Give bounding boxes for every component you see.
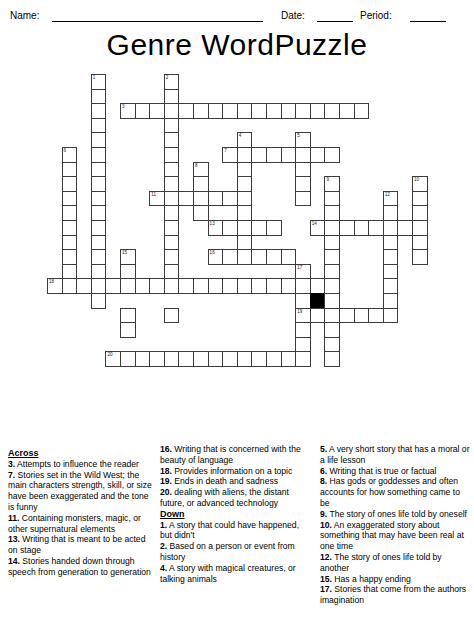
grid-cell[interactable]	[91, 191, 107, 207]
grid-cell[interactable]	[62, 278, 78, 294]
across-clues-part2: 16. Writing that is concerned with the b…	[160, 444, 312, 509]
clue-item: 1. A story that could have happened, but…	[160, 520, 312, 542]
grid-cell[interactable]	[324, 264, 340, 280]
grid-cell[interactable]	[237, 147, 253, 163]
grid-cell[interactable]: 18	[47, 278, 63, 294]
grid-cell[interactable]	[383, 264, 399, 280]
grid-cell[interactable]	[91, 293, 107, 309]
grid-cell[interactable]	[383, 249, 399, 265]
grid-cell[interactable]	[237, 103, 253, 119]
grid-cell[interactable]	[281, 278, 297, 294]
down-clues-part2: 5. A very short story that has a moral o…	[320, 444, 470, 606]
grid-cell[interactable]	[208, 191, 224, 207]
grid-cell[interactable]	[193, 103, 209, 119]
grid-cell[interactable]	[295, 103, 311, 119]
grid-cell[interactable]	[164, 118, 180, 134]
grid-cell[interactable]	[324, 293, 340, 309]
grid-cell[interactable]: 14	[310, 220, 326, 236]
grid-cell[interactable]	[412, 191, 428, 207]
grid-cell[interactable]	[222, 103, 238, 119]
grid-cell[interactable]: 7	[222, 147, 238, 163]
grid-cell[interactable]	[251, 249, 267, 265]
grid-cell[interactable]	[368, 308, 384, 324]
grid-cell[interactable]	[193, 351, 209, 367]
clue-number: 2	[166, 75, 169, 80]
grid-cell[interactable]	[383, 205, 399, 221]
clue-item: 17. Stories that come from the authors i…	[320, 584, 470, 606]
grid-cell[interactable]: 10	[412, 176, 428, 192]
name-label: Name:	[10, 10, 39, 21]
grid-cell[interactable]	[324, 322, 340, 338]
grid-cell[interactable]	[62, 176, 78, 192]
clue-number: 5	[297, 133, 300, 138]
grid-cell[interactable]	[105, 278, 121, 294]
grid-cell[interactable]	[324, 337, 340, 353]
grid-cell[interactable]: 17	[295, 264, 311, 280]
grid-cell[interactable]	[281, 147, 297, 163]
clue-item: 7. Stories set in the Wild West; the mai…	[8, 470, 154, 513]
grid-cell[interactable]	[266, 103, 282, 119]
grid-cell[interactable]: 20	[105, 351, 121, 367]
grid-cell[interactable]	[295, 147, 311, 163]
grid-cell[interactable]	[368, 220, 384, 236]
grid-cell[interactable]	[266, 249, 282, 265]
grid-cell[interactable]	[383, 308, 399, 324]
grid-cell[interactable]	[310, 278, 326, 294]
grid-cell[interactable]: 8	[193, 162, 209, 178]
grid-cell[interactable]	[120, 351, 136, 367]
grid-cell[interactable]	[164, 264, 180, 280]
grid-cell[interactable]	[251, 351, 267, 367]
grid-cell[interactable]	[354, 220, 370, 236]
grid-cell[interactable]: 2	[164, 74, 180, 90]
grid-cell[interactable]	[91, 103, 107, 119]
grid-cell[interactable]	[383, 278, 399, 294]
clue-number: 16	[210, 250, 215, 255]
clue-number: 12	[385, 192, 390, 197]
grid-cell[interactable]	[281, 103, 297, 119]
black-cell	[310, 293, 326, 309]
grid-cell[interactable]	[324, 235, 340, 251]
grid-cell[interactable]	[295, 322, 311, 338]
clue-item: 15. Has a happy ending	[320, 574, 470, 585]
grid-cell[interactable]	[237, 249, 253, 265]
grid-cell[interactable]	[295, 191, 311, 207]
grid-cell[interactable]	[164, 220, 180, 236]
grid-cell[interactable]	[310, 308, 326, 324]
grid-cell[interactable]	[164, 308, 180, 324]
grid-cell[interactable]	[178, 278, 194, 294]
grid-cell[interactable]	[91, 118, 107, 134]
grid-cell[interactable]	[120, 278, 136, 294]
grid-cell[interactable]	[383, 220, 399, 236]
period-write-line[interactable]	[410, 21, 446, 22]
grid-cell[interactable]	[164, 176, 180, 192]
grid-cell[interactable]	[164, 132, 180, 148]
clue-item: 2. Based on a person or event from histo…	[160, 541, 312, 563]
clue-item: 18. Provides information on a topic	[160, 466, 312, 477]
grid-cell[interactable]	[62, 249, 78, 265]
grid-cell[interactable]	[135, 278, 151, 294]
grid-cell[interactable]	[62, 191, 78, 207]
clue-number: 11	[151, 192, 156, 197]
grid-cell[interactable]	[178, 351, 194, 367]
grid-cell[interactable]	[237, 351, 253, 367]
grid-cell[interactable]	[324, 103, 340, 119]
period-label: Period:	[360, 10, 392, 21]
grid-cell[interactable]	[178, 103, 194, 119]
grid-cell[interactable]	[310, 147, 326, 163]
grid-cell[interactable]: 19	[295, 308, 311, 324]
grid-cell[interactable]	[281, 249, 297, 265]
grid-cell[interactable]	[62, 264, 78, 280]
grid-cell[interactable]	[295, 337, 311, 353]
grid-cell[interactable]	[62, 162, 78, 178]
grid-cell[interactable]	[324, 220, 340, 236]
grid-cell[interactable]: 5	[295, 132, 311, 148]
grid-cell[interactable]	[91, 249, 107, 265]
page-title: Genre WordPuzzle	[0, 28, 474, 62]
grid-cell[interactable]	[149, 351, 165, 367]
grid-cell[interactable]	[237, 162, 253, 178]
across-clues-part1: 3. Attempts to influence the reader7. St…	[8, 459, 154, 578]
clue-item: 3. Attempts to influence the reader	[8, 459, 154, 470]
down-clues-part1: 1. A story that could have happened, but…	[160, 520, 312, 585]
grid-cell[interactable]	[164, 205, 180, 221]
grid-cell[interactable]	[295, 293, 311, 309]
grid-cell[interactable]	[251, 278, 267, 294]
grid-cell[interactable]	[208, 351, 224, 367]
clue-number: 4	[239, 133, 242, 138]
grid-cell[interactable]	[208, 278, 224, 294]
grid-cell[interactable]	[164, 351, 180, 367]
grid-cell[interactable]	[91, 264, 107, 280]
grid-cell[interactable]	[412, 220, 428, 236]
clue-number: 6	[64, 148, 67, 153]
clues-column-3: 5. A very short story that has a moral o…	[320, 444, 470, 606]
clue-item: 6. Writing that is true or factual	[320, 466, 470, 477]
grid-cell[interactable]	[91, 205, 107, 221]
grid-cell[interactable]	[324, 278, 340, 294]
clue-number: 14	[312, 221, 317, 226]
grid-cell[interactable]	[324, 191, 340, 207]
grid-cell[interactable]: 16	[208, 249, 224, 265]
clues-column-2: 16. Writing that is concerned with the b…	[160, 444, 312, 584]
grid-cell[interactable]	[354, 103, 370, 119]
grid-cell[interactable]	[383, 235, 399, 251]
grid-cell[interactable]: 1	[91, 74, 107, 90]
clue-number: 20	[107, 352, 112, 357]
grid-cell[interactable]	[237, 278, 253, 294]
clue-item: 10. An exaggerated story about something…	[320, 520, 470, 552]
grid-cell[interactable]	[354, 308, 370, 324]
clue-number: 17	[297, 265, 302, 270]
grid-cell[interactable]	[412, 249, 428, 265]
grid-cell[interactable]	[193, 278, 209, 294]
grid-cell[interactable]	[164, 103, 180, 119]
across-header: Across	[8, 448, 154, 459]
grid-cell[interactable]	[324, 249, 340, 265]
grid-cell[interactable]	[324, 205, 340, 221]
clue-number: 10	[414, 177, 419, 182]
clue-number: 18	[49, 279, 54, 284]
clue-item: 5. A very short story that has a moral o…	[320, 444, 470, 466]
grid-cell[interactable]	[222, 220, 238, 236]
grid-cell[interactable]	[222, 191, 238, 207]
clue-item: 4. A story with magical creatures, or ta…	[160, 563, 312, 585]
clue-number: 13	[210, 221, 215, 226]
grid-cell[interactable]	[339, 220, 355, 236]
clue-item: 8. Has gods or goddesses and often accou…	[320, 476, 470, 508]
grid-cell[interactable]	[324, 308, 340, 324]
clue-item: 12. The story of ones life told by anoth…	[320, 552, 470, 574]
grid-cell[interactable]	[310, 103, 326, 119]
grid-cell[interactable]	[281, 351, 297, 367]
grid-cell[interactable]	[164, 89, 180, 105]
clue-number: 9	[326, 177, 329, 182]
grid-cell[interactable]	[91, 162, 107, 178]
grid-cell[interactable]	[339, 308, 355, 324]
grid-cell[interactable]	[164, 278, 180, 294]
grid-cell[interactable]	[237, 191, 253, 207]
grid-cell[interactable]	[91, 235, 107, 251]
grid-cell[interactable]	[324, 351, 340, 367]
grid-cell[interactable]	[164, 191, 180, 207]
grid-cell[interactable]: 12	[383, 191, 399, 207]
date-write-line[interactable]	[317, 21, 353, 22]
grid-cell[interactable]	[266, 351, 282, 367]
grid-cell[interactable]	[193, 191, 209, 207]
clue-number: 1	[93, 75, 96, 80]
grid-cell[interactable]: 15	[120, 249, 136, 265]
grid-cell[interactable]	[91, 278, 107, 294]
grid-cell[interactable]: 9	[324, 176, 340, 192]
date-label: Date:	[281, 10, 305, 21]
grid-cell[interactable]	[237, 220, 253, 236]
name-write-line[interactable]	[52, 21, 263, 22]
grid-cell[interactable]	[193, 205, 209, 221]
grid-cell[interactable]	[266, 278, 282, 294]
clue-item: 11. Containing monsters, magic, or other…	[8, 513, 154, 535]
grid-cell[interactable]: 11	[149, 191, 165, 207]
grid-cell[interactable]	[383, 293, 399, 309]
grid-cell[interactable]: 3	[120, 103, 136, 119]
grid-cell[interactable]	[237, 235, 253, 251]
grid-cell[interactable]	[120, 264, 136, 280]
grid-cell[interactable]	[76, 278, 92, 294]
grid-cell[interactable]	[266, 220, 282, 236]
grid-cell[interactable]	[251, 103, 267, 119]
grid-cell[interactable]	[295, 162, 311, 178]
grid-cell[interactable]	[412, 205, 428, 221]
grid-cell[interactable]	[295, 176, 311, 192]
grid-cell[interactable]	[412, 235, 428, 251]
clue-item: 16. Writing that is concerned with the b…	[160, 444, 312, 466]
grid-cell[interactable]	[91, 89, 107, 105]
grid-cell[interactable]	[164, 162, 180, 178]
grid-cell[interactable]	[149, 278, 165, 294]
clue-number: 3	[122, 104, 125, 109]
grid-cell[interactable]	[91, 132, 107, 148]
grid-cell[interactable]	[295, 351, 311, 367]
grid-cell[interactable]: 13	[208, 220, 224, 236]
grid-cell[interactable]	[164, 147, 180, 163]
clue-number: 15	[122, 250, 127, 255]
clue-item: 13. Writing that is meant to be acted on…	[8, 534, 154, 556]
grid-cell[interactable]	[178, 191, 194, 207]
down-header: Down	[160, 509, 312, 520]
clue-number: 8	[195, 163, 198, 168]
worksheet-header: Name: Date: Period:	[0, 8, 474, 24]
grid-cell[interactable]	[120, 322, 136, 338]
grid-cell[interactable]	[266, 147, 282, 163]
grid-cell[interactable]	[62, 220, 78, 236]
worksheet-page: Name: Date: Period: Genre WordPuzzle 123…	[0, 0, 474, 629]
grid-cell[interactable]	[193, 176, 209, 192]
grid-cell[interactable]	[62, 205, 78, 221]
grid-cell[interactable]	[324, 147, 340, 163]
grid-cell[interactable]	[164, 235, 180, 251]
grid-cell[interactable]	[62, 235, 78, 251]
grid-cell[interactable]	[251, 220, 267, 236]
grid-cell[interactable]	[135, 103, 151, 119]
grid-cell[interactable]	[339, 103, 355, 119]
grid-cell[interactable]	[208, 103, 224, 119]
grid-cell[interactable]	[237, 205, 253, 221]
grid-cell[interactable]	[120, 308, 136, 324]
grid-cell[interactable]	[91, 147, 107, 163]
grid-cell[interactable]	[135, 351, 151, 367]
clue-number: 7	[224, 148, 227, 153]
clue-item: 9. The story of ones life told by onesel…	[320, 509, 470, 520]
grid-cell[interactable]: 4	[237, 132, 253, 148]
crossword-board: 1234567891011121314151617181920	[47, 74, 429, 368]
grid-cell[interactable]	[91, 176, 107, 192]
grid-cell[interactable]	[222, 278, 238, 294]
grid-cell[interactable]	[149, 103, 165, 119]
grid-cell[interactable]	[91, 220, 107, 236]
grid-cell[interactable]	[251, 147, 267, 163]
grid-cell[interactable]	[164, 249, 180, 265]
clue-number: 19	[297, 309, 302, 314]
grid-cell[interactable]	[222, 249, 238, 265]
clues-column-1: Across 3. Attempts to influence the read…	[8, 448, 154, 578]
grid-cell[interactable]	[222, 351, 238, 367]
clue-item: 14. Stories handed down through speech f…	[8, 556, 154, 578]
grid-cell[interactable]	[237, 176, 253, 192]
grid-cell[interactable]: 6	[62, 147, 78, 163]
clue-item: 20. dealing with aliens, the distant fut…	[160, 487, 312, 509]
clue-item: 19. Ends in death and sadness	[160, 476, 312, 487]
grid-cell[interactable]	[295, 278, 311, 294]
grid-cell[interactable]	[397, 220, 413, 236]
